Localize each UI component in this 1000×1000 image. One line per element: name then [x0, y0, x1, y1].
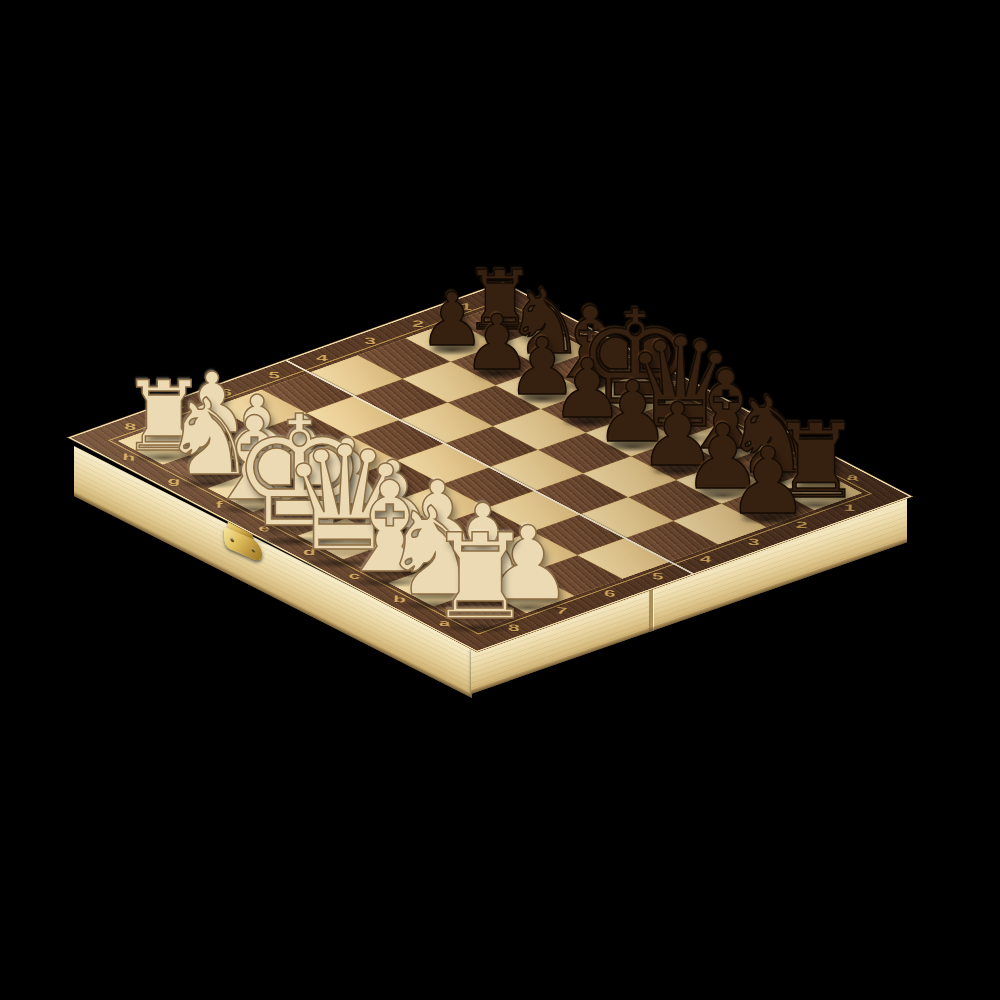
- fold-gap: [650, 585, 653, 632]
- rank-label-far-2: 2: [385, 314, 452, 333]
- rank-label-near-6: 6: [576, 584, 643, 603]
- rank-label-near-3: 3: [720, 532, 787, 551]
- chess-set-photo: 88hh77gg66ff55ee44dd33cc22bb11aa ♜♟♞♟♝♟♚…: [0, 0, 1000, 1000]
- rank-label-far-1: 1: [433, 297, 500, 316]
- rank-label-near-2: 2: [768, 515, 835, 534]
- rank-label-near-7: 7: [528, 601, 595, 620]
- rank-label-near-1: 1: [816, 498, 883, 517]
- rank-label-near-4: 4: [672, 549, 739, 568]
- rank-label-near-5: 5: [624, 567, 691, 586]
- rank-label-far-3: 3: [337, 331, 404, 350]
- rank-label-far-7: 7: [145, 400, 212, 419]
- rank-label-far-6: 6: [193, 383, 260, 402]
- rank-label-near-8: 8: [480, 618, 547, 637]
- rank-label-far-4: 4: [289, 348, 356, 367]
- rank-label-far-5: 5: [241, 365, 308, 384]
- rank-label-far-8: 8: [97, 417, 164, 436]
- chess-board: 88hh77gg66ff55ee44dd33cc22bb11aa: [71, 283, 909, 650]
